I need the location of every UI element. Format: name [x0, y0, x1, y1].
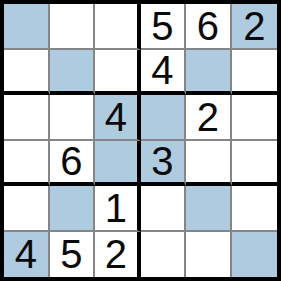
cell-r5c4[interactable]: [141, 186, 187, 232]
cell-r3c6[interactable]: [232, 95, 278, 141]
cell-r6c5[interactable]: [186, 232, 232, 278]
cell-r3c1[interactable]: [4, 95, 50, 141]
cell-r6c2: 5: [50, 232, 96, 278]
cell-r4c1[interactable]: [4, 141, 50, 187]
cell-r5c1[interactable]: [4, 186, 50, 232]
cell-r1c3[interactable]: [95, 4, 141, 50]
sudoku-board: 562442631452: [0, 0, 281, 281]
cell-r2c2[interactable]: [50, 50, 96, 96]
cell-r5c2[interactable]: [50, 186, 96, 232]
cell-r5c3: 1: [95, 186, 141, 232]
cell-r1c5: 6: [186, 4, 232, 50]
cell-r5c5[interactable]: [186, 186, 232, 232]
cell-r4c4: 3: [141, 141, 187, 187]
cell-r3c2[interactable]: [50, 95, 96, 141]
cell-r5c6[interactable]: [232, 186, 278, 232]
cell-r1c2[interactable]: [50, 4, 96, 50]
cell-r4c2: 6: [50, 141, 96, 187]
cell-r4c6[interactable]: [232, 141, 278, 187]
cell-r1c4: 5: [141, 4, 187, 50]
cell-r4c3[interactable]: [95, 141, 141, 187]
cell-r3c4[interactable]: [141, 95, 187, 141]
cell-r6c1: 4: [4, 232, 50, 278]
cell-r3c5: 2: [186, 95, 232, 141]
cell-r2c5[interactable]: [186, 50, 232, 96]
cell-r2c6[interactable]: [232, 50, 278, 96]
cell-r2c4: 4: [141, 50, 187, 96]
cell-r3c3: 4: [95, 95, 141, 141]
cell-r2c3[interactable]: [95, 50, 141, 96]
cell-r1c6: 2: [232, 4, 278, 50]
cell-r6c4[interactable]: [141, 232, 187, 278]
cell-r4c5[interactable]: [186, 141, 232, 187]
cell-r6c3: 2: [95, 232, 141, 278]
cell-r1c1[interactable]: [4, 4, 50, 50]
cell-r2c1[interactable]: [4, 50, 50, 96]
cell-r6c6[interactable]: [232, 232, 278, 278]
